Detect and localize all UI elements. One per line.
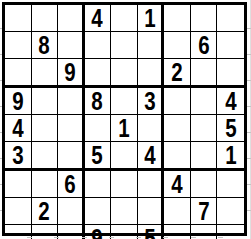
cell-r2c8[interactable]: 6 <box>191 32 218 59</box>
cell-r1c3[interactable] <box>58 5 85 32</box>
cell-r8c3[interactable] <box>58 198 85 225</box>
cell-r6c3[interactable] <box>58 142 85 171</box>
cell-r5c1[interactable]: 4 <box>5 115 32 142</box>
given-digit: 1 <box>118 115 129 141</box>
cell-r5c3[interactable] <box>58 115 85 142</box>
cell-r6c8[interactable] <box>191 142 218 171</box>
sudoku-board: 41869298344153541642795 <box>2 2 247 236</box>
cell-r7c9[interactable] <box>217 171 244 198</box>
sheet-gridline-tick-left <box>0 158 2 159</box>
cell-r3c8[interactable] <box>191 59 218 88</box>
cell-r9c7[interactable] <box>164 225 191 239</box>
sheet-gridline-tick-left <box>0 210 2 211</box>
cell-r3c6[interactable] <box>138 59 165 88</box>
cell-r2c2[interactable]: 8 <box>32 32 59 59</box>
cell-r4c1[interactable]: 9 <box>5 88 32 115</box>
sheet-gridline-tick-bottom <box>109 237 114 238</box>
cell-r6c1[interactable]: 3 <box>5 142 32 171</box>
cell-r1c6[interactable]: 1 <box>138 5 165 32</box>
cell-r4c4[interactable]: 8 <box>85 88 112 115</box>
sheet-gridline-tick-left <box>0 106 2 107</box>
cell-r2c1[interactable] <box>5 32 32 59</box>
sheet-gridline-tick-right <box>247 80 251 81</box>
given-digit: 8 <box>39 32 50 58</box>
sheet-gridline-tick-left <box>0 132 2 133</box>
cell-r7c6[interactable] <box>138 171 165 198</box>
given-digit: 5 <box>92 142 103 168</box>
given-digit: 7 <box>198 198 209 224</box>
sheet-gridline-tick-bottom <box>54 237 59 238</box>
given-digit: 5 <box>225 115 236 141</box>
cell-r6c5[interactable] <box>111 142 138 171</box>
cell-r6c2[interactable] <box>32 142 59 171</box>
sheet-gridline-tick-right <box>247 132 251 133</box>
given-digit: 8 <box>92 88 103 114</box>
sheet-gridline-tick-bottom <box>27 237 32 238</box>
sheet-gridline-tick-left <box>0 184 2 185</box>
sheet-gridline-tick-right <box>247 106 251 107</box>
cell-r5c4[interactable] <box>85 115 112 142</box>
cell-r3c9[interactable] <box>217 59 244 88</box>
given-digit: 9 <box>64 59 75 85</box>
given-digit: 4 <box>225 88 236 114</box>
cell-r4c8[interactable] <box>191 88 218 115</box>
spreadsheet-sheet: 41869298344153541642795 <box>0 0 251 239</box>
cell-r8c5[interactable] <box>111 198 138 225</box>
cell-r4c2[interactable] <box>32 88 59 115</box>
cell-r8c6[interactable] <box>138 198 165 225</box>
sheet-gridline-tick-bottom <box>136 237 141 238</box>
sheet-gridline-tick-right <box>247 54 251 55</box>
cell-r7c7[interactable]: 4 <box>164 171 191 198</box>
cell-r5c9[interactable]: 5 <box>217 115 244 142</box>
cell-r1c5[interactable] <box>111 5 138 32</box>
cell-r2c3[interactable] <box>58 32 85 59</box>
cell-r2c9[interactable] <box>217 32 244 59</box>
cell-r2c4[interactable] <box>85 32 112 59</box>
cell-r3c4[interactable] <box>85 59 112 88</box>
sheet-gridline-tick-right <box>247 28 251 29</box>
cell-r8c9[interactable] <box>217 198 244 225</box>
given-digit: 5 <box>144 225 155 239</box>
cell-r3c7[interactable]: 2 <box>164 59 191 88</box>
sheet-gridline-vertical <box>250 0 251 239</box>
given-digit: 9 <box>12 88 23 114</box>
given-digit: 1 <box>225 142 236 168</box>
cell-r4c5[interactable] <box>111 88 138 115</box>
given-digit: 4 <box>144 142 155 168</box>
cell-r7c5[interactable] <box>111 171 138 198</box>
cell-r7c2[interactable] <box>32 171 59 198</box>
cell-r1c2[interactable] <box>32 5 59 32</box>
cell-r4c9[interactable]: 4 <box>217 88 244 115</box>
given-digit: 3 <box>144 88 155 114</box>
sheet-gridline-tick-bottom <box>82 237 87 238</box>
given-digit: 4 <box>171 171 182 197</box>
cell-r3c1[interactable] <box>5 59 32 88</box>
given-digit: 4 <box>12 115 23 141</box>
cell-r9c6[interactable]: 5 <box>138 225 165 239</box>
cell-r7c8[interactable] <box>191 171 218 198</box>
given-digit: 2 <box>39 198 50 224</box>
cell-r3c2[interactable] <box>32 59 59 88</box>
cell-r7c1[interactable] <box>5 171 32 198</box>
cell-r9c4[interactable]: 9 <box>85 225 112 239</box>
cell-r6c7[interactable] <box>164 142 191 171</box>
cell-r8c1[interactable] <box>5 198 32 225</box>
sheet-gridline-tick-right <box>247 158 251 159</box>
sheet-gridline-tick-bottom <box>163 237 168 238</box>
cell-r2c5[interactable] <box>111 32 138 59</box>
cell-r3c5[interactable] <box>111 59 138 88</box>
cell-r6c4[interactable]: 5 <box>85 142 112 171</box>
sheet-gridline-tick-right <box>247 210 251 211</box>
cell-r8c7[interactable] <box>164 198 191 225</box>
cell-r8c2[interactable]: 2 <box>32 198 59 225</box>
sheet-gridline-tick-left <box>0 28 2 29</box>
cell-r4c3[interactable] <box>58 88 85 115</box>
cell-r5c2[interactable] <box>32 115 59 142</box>
cell-r5c7[interactable] <box>164 115 191 142</box>
given-digit: 4 <box>92 5 103 31</box>
cell-r9c5[interactable] <box>111 225 138 239</box>
cell-r4c7[interactable] <box>164 88 191 115</box>
given-digit: 9 <box>92 225 103 239</box>
cell-r7c4[interactable] <box>85 171 112 198</box>
sheet-gridline-tick-left <box>0 54 2 55</box>
cell-r9c3[interactable] <box>58 225 85 239</box>
cell-r3c3[interactable]: 9 <box>58 59 85 88</box>
sheet-gridline-tick-bottom <box>218 237 223 238</box>
given-digit: 2 <box>171 59 182 85</box>
sheet-gridline-tick-bottom <box>191 237 196 238</box>
cell-r8c4[interactable] <box>85 198 112 225</box>
given-digit: 6 <box>64 171 75 197</box>
cell-r4c6[interactable]: 3 <box>138 88 165 115</box>
given-digit: 3 <box>12 142 23 168</box>
cell-r5c5[interactable]: 1 <box>111 115 138 142</box>
sheet-gridline-tick-right <box>247 184 251 185</box>
cell-r1c8[interactable] <box>191 5 218 32</box>
cell-r5c6[interactable] <box>138 115 165 142</box>
cell-r1c4[interactable]: 4 <box>85 5 112 32</box>
cell-r6c9[interactable]: 1 <box>217 142 244 171</box>
cell-r8c8[interactable]: 7 <box>191 198 218 225</box>
cell-r1c9[interactable] <box>217 5 244 32</box>
given-digit: 1 <box>144 5 155 31</box>
cell-r2c6[interactable] <box>138 32 165 59</box>
cell-r6c6[interactable]: 4 <box>138 142 165 171</box>
cell-r5c8[interactable] <box>191 115 218 142</box>
cell-r1c1[interactable] <box>5 5 32 32</box>
cell-r2c7[interactable] <box>164 32 191 59</box>
cell-r1c7[interactable] <box>164 5 191 32</box>
cell-r7c3[interactable]: 6 <box>58 171 85 198</box>
given-digit: 6 <box>198 32 209 58</box>
sheet-gridline-tick-left <box>0 80 2 81</box>
